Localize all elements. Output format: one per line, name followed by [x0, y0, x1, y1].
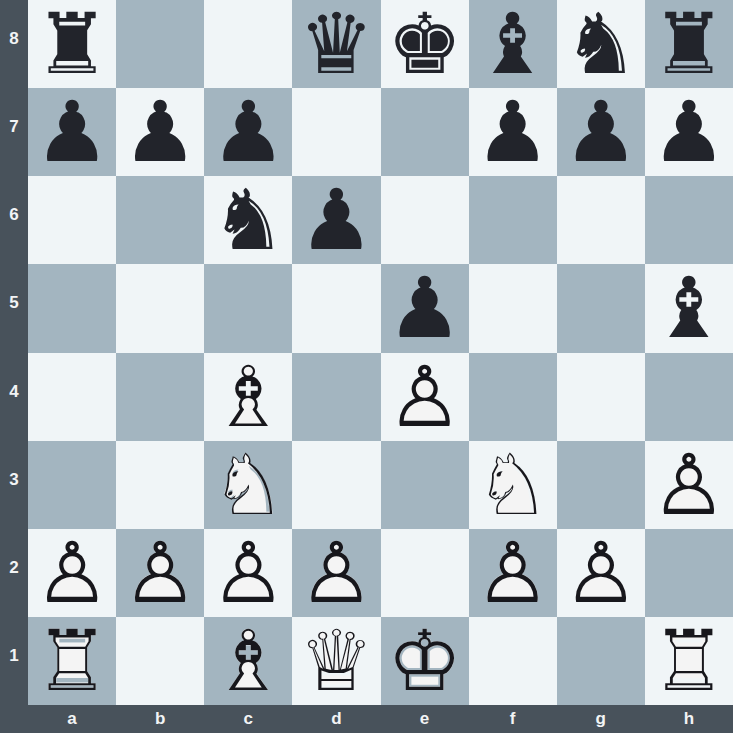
- piece-white-pawn-outline: ♙: [381, 353, 469, 441]
- square-f5[interactable]: [469, 264, 557, 352]
- piece-white-pawn-outline: ♙: [645, 441, 733, 529]
- square-e5[interactable]: ♟: [381, 264, 469, 352]
- file-label-e: e: [381, 705, 469, 733]
- piece-black-pawn[interactable]: ♟: [116, 88, 204, 176]
- piece-black-pawn[interactable]: ♟: [381, 264, 469, 352]
- corner-spacer: [0, 705, 28, 733]
- square-b3[interactable]: [116, 441, 204, 529]
- rank-label-6: 6: [0, 176, 28, 264]
- piece-white-pawn-outline: ♙: [204, 529, 292, 617]
- piece-black-pawn[interactable]: ♟: [204, 88, 292, 176]
- piece-white-rook[interactable]: ♜: [645, 617, 733, 705]
- square-b4[interactable]: [116, 353, 204, 441]
- piece-white-knight[interactable]: ♞: [204, 441, 292, 529]
- square-a3[interactable]: [28, 441, 116, 529]
- piece-black-pawn[interactable]: ♟: [645, 88, 733, 176]
- square-f2[interactable]: ♟♙: [469, 529, 557, 617]
- square-d7[interactable]: [292, 88, 380, 176]
- chess-board-frame: 87654321 ♜♛♚♝♞♜♟♟♟♟♟♟♞♟♟♝♝♗♟♙♞♘♞♘♟♙♟♙♟♙♟…: [0, 0, 733, 733]
- square-b5[interactable]: [116, 264, 204, 352]
- rank-label-2: 2: [0, 529, 28, 617]
- square-h5[interactable]: ♝: [645, 264, 733, 352]
- square-g3[interactable]: [557, 441, 645, 529]
- file-label-b: b: [116, 705, 204, 733]
- square-a1[interactable]: ♜♖: [28, 617, 116, 705]
- piece-white-knight-outline: ♘: [469, 441, 557, 529]
- square-f8[interactable]: ♝: [469, 0, 557, 88]
- square-b7[interactable]: ♟: [116, 88, 204, 176]
- square-e1[interactable]: ♚♔: [381, 617, 469, 705]
- file-label-g: g: [557, 705, 645, 733]
- square-d6[interactable]: ♟: [292, 176, 380, 264]
- square-h2[interactable]: [645, 529, 733, 617]
- square-c7[interactable]: ♟: [204, 88, 292, 176]
- square-g6[interactable]: [557, 176, 645, 264]
- piece-white-queen[interactable]: ♛: [292, 617, 380, 705]
- piece-white-pawn[interactable]: ♟: [204, 529, 292, 617]
- piece-black-rook[interactable]: ♜: [28, 0, 116, 88]
- file-labels: abcdefgh: [0, 705, 733, 733]
- square-f1[interactable]: [469, 617, 557, 705]
- square-e3[interactable]: [381, 441, 469, 529]
- piece-black-bishop[interactable]: ♝: [469, 0, 557, 88]
- square-e2[interactable]: [381, 529, 469, 617]
- square-h1[interactable]: ♜♖: [645, 617, 733, 705]
- square-b6[interactable]: [116, 176, 204, 264]
- square-g1[interactable]: [557, 617, 645, 705]
- piece-black-pawn[interactable]: ♟: [469, 88, 557, 176]
- square-a5[interactable]: [28, 264, 116, 352]
- piece-black-pawn[interactable]: ♟: [557, 88, 645, 176]
- square-a4[interactable]: [28, 353, 116, 441]
- square-f6[interactable]: [469, 176, 557, 264]
- piece-white-king-outline: ♔: [381, 617, 469, 705]
- rank-label-1: 1: [0, 617, 28, 705]
- rank-label-3: 3: [0, 441, 28, 529]
- square-f3[interactable]: ♞♘: [469, 441, 557, 529]
- file-label-d: d: [292, 705, 380, 733]
- square-a6[interactable]: [28, 176, 116, 264]
- piece-white-knight[interactable]: ♞: [469, 441, 557, 529]
- square-g4[interactable]: [557, 353, 645, 441]
- piece-white-knight-outline: ♘: [204, 441, 292, 529]
- square-d3[interactable]: [292, 441, 380, 529]
- piece-black-rook[interactable]: ♜: [645, 0, 733, 88]
- rank-label-4: 4: [0, 353, 28, 441]
- piece-white-bishop[interactable]: ♝: [204, 617, 292, 705]
- piece-black-king[interactable]: ♚: [381, 0, 469, 88]
- square-a8[interactable]: ♜: [28, 0, 116, 88]
- square-b1[interactable]: [116, 617, 204, 705]
- piece-white-bishop[interactable]: ♝: [204, 353, 292, 441]
- piece-black-bishop[interactable]: ♝: [645, 264, 733, 352]
- square-b8[interactable]: [116, 0, 204, 88]
- piece-white-king[interactable]: ♚: [381, 617, 469, 705]
- square-d1[interactable]: ♛♕: [292, 617, 380, 705]
- square-c4[interactable]: ♝♗: [204, 353, 292, 441]
- piece-white-pawn-outline: ♙: [28, 529, 116, 617]
- square-c8[interactable]: [204, 0, 292, 88]
- square-c5[interactable]: [204, 264, 292, 352]
- square-b2[interactable]: ♟♙: [116, 529, 204, 617]
- square-f7[interactable]: ♟: [469, 88, 557, 176]
- square-g2[interactable]: ♟♙: [557, 529, 645, 617]
- square-h3[interactable]: ♟♙: [645, 441, 733, 529]
- square-d4[interactable]: [292, 353, 380, 441]
- piece-white-pawn[interactable]: ♟: [469, 529, 557, 617]
- piece-white-bishop-outline: ♗: [204, 353, 292, 441]
- piece-white-rook[interactable]: ♜: [28, 617, 116, 705]
- piece-black-queen[interactable]: ♛: [292, 0, 380, 88]
- piece-white-queen-outline: ♕: [292, 617, 380, 705]
- rank-label-7: 7: [0, 88, 28, 176]
- square-f4[interactable]: [469, 353, 557, 441]
- piece-white-pawn-outline: ♙: [116, 529, 204, 617]
- file-label-a: a: [28, 705, 116, 733]
- square-e7[interactable]: [381, 88, 469, 176]
- chess-board[interactable]: ♜♛♚♝♞♜♟♟♟♟♟♟♞♟♟♝♝♗♟♙♞♘♞♘♟♙♟♙♟♙♟♙♟♙♟♙♟♙♜♖…: [28, 0, 733, 705]
- square-a2[interactable]: ♟♙: [28, 529, 116, 617]
- piece-white-rook-outline: ♖: [645, 617, 733, 705]
- square-h4[interactable]: [645, 353, 733, 441]
- square-e8[interactable]: ♚: [381, 0, 469, 88]
- piece-white-pawn[interactable]: ♟: [645, 441, 733, 529]
- piece-white-bishop-outline: ♗: [204, 617, 292, 705]
- square-c1[interactable]: ♝♗: [204, 617, 292, 705]
- file-label-c: c: [204, 705, 292, 733]
- square-h7[interactable]: ♟: [645, 88, 733, 176]
- square-g5[interactable]: [557, 264, 645, 352]
- square-g7[interactable]: ♟: [557, 88, 645, 176]
- piece-white-rook-outline: ♖: [28, 617, 116, 705]
- piece-white-pawn-outline: ♙: [292, 529, 380, 617]
- piece-black-knight[interactable]: ♞: [204, 176, 292, 264]
- piece-white-pawn-outline: ♙: [557, 529, 645, 617]
- file-label-h: h: [645, 705, 733, 733]
- square-e6[interactable]: [381, 176, 469, 264]
- square-e4[interactable]: ♟♙: [381, 353, 469, 441]
- square-c2[interactable]: ♟♙: [204, 529, 292, 617]
- piece-white-pawn[interactable]: ♟: [28, 529, 116, 617]
- piece-white-pawn[interactable]: ♟: [116, 529, 204, 617]
- piece-black-pawn[interactable]: ♟: [28, 88, 116, 176]
- file-label-f: f: [469, 705, 557, 733]
- piece-white-pawn-outline: ♙: [469, 529, 557, 617]
- square-c3[interactable]: ♞♘: [204, 441, 292, 529]
- piece-black-pawn[interactable]: ♟: [292, 176, 380, 264]
- piece-white-pawn[interactable]: ♟: [557, 529, 645, 617]
- piece-white-pawn[interactable]: ♟: [381, 353, 469, 441]
- piece-white-pawn[interactable]: ♟: [292, 529, 380, 617]
- square-d5[interactable]: [292, 264, 380, 352]
- rank-label-8: 8: [0, 0, 28, 88]
- square-d8[interactable]: ♛: [292, 0, 380, 88]
- rank-label-5: 5: [0, 264, 28, 352]
- rank-labels: 87654321: [0, 0, 28, 705]
- square-d2[interactable]: ♟♙: [292, 529, 380, 617]
- square-g8[interactable]: ♞: [557, 0, 645, 88]
- square-h8[interactable]: ♜: [645, 0, 733, 88]
- piece-black-knight[interactable]: ♞: [557, 0, 645, 88]
- square-c6[interactable]: ♞: [204, 176, 292, 264]
- square-h6[interactable]: [645, 176, 733, 264]
- square-a7[interactable]: ♟: [28, 88, 116, 176]
